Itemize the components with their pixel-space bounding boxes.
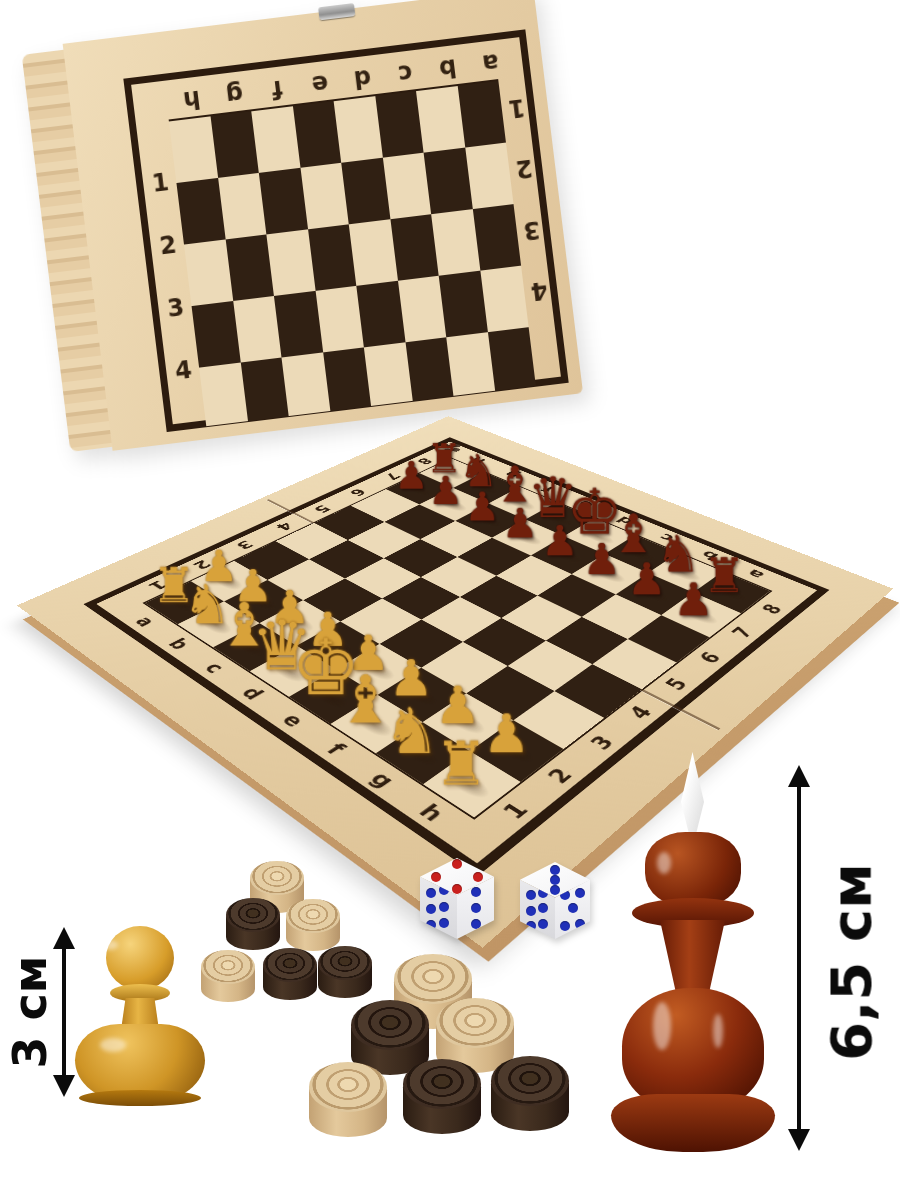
die xyxy=(420,858,494,939)
file-letter: f xyxy=(254,72,300,107)
die xyxy=(520,862,590,939)
file-letter: d xyxy=(339,61,385,96)
gloss-highlight xyxy=(713,1014,723,1048)
checker-top xyxy=(263,948,317,982)
square-d5 xyxy=(421,557,497,597)
file-letter: e xyxy=(297,66,343,101)
checker-top xyxy=(351,1000,429,1050)
gloss-highlight xyxy=(653,1002,671,1050)
file-letter: h xyxy=(169,82,215,117)
pawn-figure xyxy=(72,926,208,1108)
die-pip xyxy=(439,918,449,928)
die-pip xyxy=(473,872,483,882)
black-pawn: ♟ xyxy=(665,579,722,620)
die-pip xyxy=(526,890,536,900)
die-pip xyxy=(471,887,481,897)
box-face: abcdefgh 1234 4321 xyxy=(63,0,583,451)
die-pip xyxy=(452,859,462,869)
die-pip xyxy=(550,865,560,875)
checker-top xyxy=(318,946,372,980)
die-pip xyxy=(526,906,536,916)
die-pip xyxy=(550,885,560,895)
die-pip xyxy=(426,904,436,914)
die-pip xyxy=(471,919,481,929)
die-pip xyxy=(538,903,548,913)
pawn-rim xyxy=(79,1090,201,1106)
die-pip xyxy=(568,903,578,913)
light-checker xyxy=(286,899,340,951)
light-checker xyxy=(309,1062,387,1137)
checker-top xyxy=(394,954,472,1004)
box-checkerboard xyxy=(169,79,536,426)
dark-checker xyxy=(403,1059,481,1134)
file-letter: c xyxy=(382,56,428,91)
checker-top xyxy=(436,998,514,1048)
folded-chessboard-box: abcdefgh 1234 4321 xyxy=(21,0,583,456)
die-pip xyxy=(426,888,436,898)
dark-checker xyxy=(491,1056,569,1131)
king-figure xyxy=(605,752,780,1154)
die-pip xyxy=(550,875,560,885)
dark-checker xyxy=(263,948,317,1000)
white-rook: ♜ xyxy=(426,737,496,791)
dark-checker xyxy=(226,898,280,950)
file-letter: g xyxy=(211,77,257,112)
dark-checker xyxy=(318,946,372,998)
checker-top xyxy=(201,950,255,984)
file-letter: b xyxy=(425,51,471,86)
gloss-highlight xyxy=(100,1038,126,1052)
die-pip xyxy=(431,872,441,882)
die-pip xyxy=(575,888,585,898)
gloss-highlight xyxy=(657,852,671,874)
die-pip xyxy=(560,921,570,931)
die-pip xyxy=(538,919,548,929)
checker-top xyxy=(226,898,280,932)
pawn-measure-label: 3 см xyxy=(3,956,57,1069)
king-base xyxy=(611,1094,775,1152)
king-measure-label: 6,5 см xyxy=(819,863,884,1061)
box-square xyxy=(487,327,535,394)
box-square xyxy=(472,204,521,271)
file-letter: a xyxy=(467,45,513,80)
checker-top xyxy=(491,1056,569,1106)
die-pip xyxy=(439,902,449,912)
light-checker xyxy=(201,950,255,1002)
pawn-measure-arrow xyxy=(62,948,66,1076)
pawn-head xyxy=(106,926,174,990)
die-pip xyxy=(426,920,436,930)
die-pip xyxy=(471,903,481,913)
product-photo: abcdefgh 1234 4321 abcdefgh abcdefgh 123… xyxy=(0,0,900,1200)
box-square xyxy=(457,81,506,148)
gloss-highlight xyxy=(102,940,118,950)
king-waist xyxy=(656,920,730,994)
checker-top xyxy=(403,1059,481,1109)
checker-top xyxy=(286,899,340,933)
metal-clasp xyxy=(318,3,355,20)
king-body xyxy=(622,988,764,1110)
king-measure-arrow xyxy=(797,786,801,1130)
checker-top xyxy=(250,861,304,895)
die-pip xyxy=(452,884,462,894)
box-square xyxy=(465,143,514,210)
box-square xyxy=(480,266,529,333)
die-pip xyxy=(575,919,585,929)
checker-top xyxy=(309,1062,387,1112)
die-pip xyxy=(526,921,536,931)
